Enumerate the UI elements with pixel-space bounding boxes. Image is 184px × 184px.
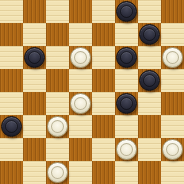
square-r0c4 (92, 0, 115, 23)
white-man[interactable] (162, 47, 183, 68)
square-r6c3[interactable] (69, 138, 92, 161)
square-r5c7 (161, 115, 184, 138)
square-r0c0 (0, 0, 23, 23)
square-r4c4 (92, 92, 115, 115)
square-r2c2 (46, 46, 69, 69)
square-r5c5 (115, 115, 138, 138)
square-r5c2[interactable] (46, 115, 69, 138)
square-r5c4[interactable] (92, 115, 115, 138)
square-r2c3[interactable] (69, 46, 92, 69)
square-r7c1 (23, 161, 46, 184)
square-r1c3 (69, 23, 92, 46)
square-r4c0 (0, 92, 23, 115)
square-r7c3 (69, 161, 92, 184)
black-man[interactable] (116, 93, 137, 114)
black-man[interactable] (139, 24, 160, 45)
square-r4c7[interactable] (161, 92, 184, 115)
square-r3c7 (161, 69, 184, 92)
square-r1c7 (161, 23, 184, 46)
square-r2c5[interactable] (115, 46, 138, 69)
square-r3c0[interactable] (0, 69, 23, 92)
square-r4c1[interactable] (23, 92, 46, 115)
square-r0c5[interactable] (115, 0, 138, 23)
square-r0c7[interactable] (161, 0, 184, 23)
square-r0c6 (138, 0, 161, 23)
square-r3c6[interactable] (138, 69, 161, 92)
square-r5c3 (69, 115, 92, 138)
square-r1c2[interactable] (46, 23, 69, 46)
checkers-board (0, 0, 184, 184)
square-r2c1[interactable] (23, 46, 46, 69)
square-r4c2 (46, 92, 69, 115)
square-r7c6[interactable] (138, 161, 161, 184)
black-man[interactable] (116, 47, 137, 68)
square-r4c3[interactable] (69, 92, 92, 115)
square-r6c2 (46, 138, 69, 161)
square-r7c0[interactable] (0, 161, 23, 184)
square-r1c0[interactable] (0, 23, 23, 46)
square-r0c2 (46, 0, 69, 23)
square-r5c6[interactable] (138, 115, 161, 138)
square-r2c0 (0, 46, 23, 69)
square-r3c5 (115, 69, 138, 92)
square-r1c1 (23, 23, 46, 46)
square-r1c5 (115, 23, 138, 46)
square-r0c3[interactable] (69, 0, 92, 23)
square-r2c7[interactable] (161, 46, 184, 69)
black-man[interactable] (139, 70, 160, 91)
square-r1c6[interactable] (138, 23, 161, 46)
square-r3c3 (69, 69, 92, 92)
black-man[interactable] (1, 116, 22, 137)
square-r6c1[interactable] (23, 138, 46, 161)
square-r5c1 (23, 115, 46, 138)
square-r3c1 (23, 69, 46, 92)
black-man[interactable] (24, 47, 45, 68)
square-r2c6 (138, 46, 161, 69)
square-r7c7 (161, 161, 184, 184)
square-r5c0[interactable] (0, 115, 23, 138)
white-man[interactable] (70, 93, 91, 114)
square-r7c5 (115, 161, 138, 184)
square-r6c0 (0, 138, 23, 161)
square-r7c2[interactable] (46, 161, 69, 184)
square-r3c2[interactable] (46, 69, 69, 92)
square-r4c5[interactable] (115, 92, 138, 115)
white-man[interactable] (70, 47, 91, 68)
square-r6c7[interactable] (161, 138, 184, 161)
white-man[interactable] (47, 162, 68, 183)
square-r1c4[interactable] (92, 23, 115, 46)
white-man[interactable] (162, 139, 183, 160)
square-r6c5[interactable] (115, 138, 138, 161)
square-r2c4 (92, 46, 115, 69)
square-r0c1[interactable] (23, 0, 46, 23)
black-man[interactable] (116, 1, 137, 22)
square-r7c4[interactable] (92, 161, 115, 184)
square-r6c4 (92, 138, 115, 161)
square-r3c4[interactable] (92, 69, 115, 92)
white-man[interactable] (47, 116, 68, 137)
white-man[interactable] (116, 139, 137, 160)
square-r4c6 (138, 92, 161, 115)
square-r6c6 (138, 138, 161, 161)
